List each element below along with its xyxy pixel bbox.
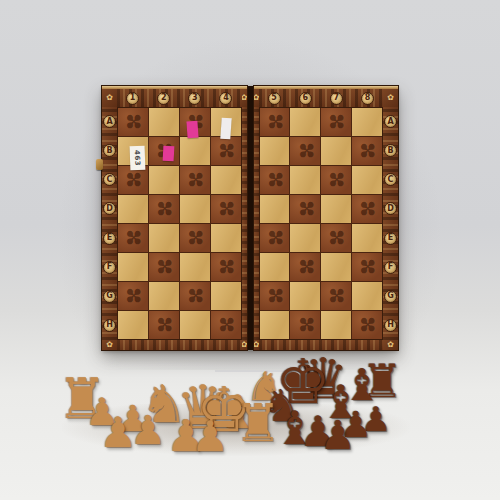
- carved-rosette-icon: ✤: [353, 195, 382, 223]
- file-label-4: 4: [219, 92, 232, 105]
- file-label-5: 5: [268, 92, 281, 105]
- square-D6: ✤: [290, 195, 320, 223]
- square-E8: [352, 224, 382, 252]
- square-D1: [118, 195, 148, 223]
- corner-rosette: ✿: [102, 89, 117, 107]
- rank-label-C: C: [103, 173, 116, 186]
- carved-rosette-icon: ✤: [119, 224, 148, 252]
- square-B3: [180, 137, 210, 165]
- rank-label-B: B: [103, 144, 116, 157]
- carved-rosette-icon: ✤: [353, 253, 382, 281]
- carved-rosette-icon: ✤: [260, 224, 289, 252]
- top-coordinate-strip-left: 1234: [117, 89, 242, 107]
- price-sticker-2: [163, 146, 175, 162]
- square-C6: [290, 166, 320, 194]
- square-B4: ✤: [211, 137, 241, 165]
- file-label-7: 7: [330, 92, 343, 105]
- square-C3: ✤: [180, 166, 210, 194]
- square-G1: ✤: [118, 282, 148, 310]
- square-F5: [260, 253, 290, 281]
- rank-label-H: H: [103, 319, 116, 332]
- square-C5: ✤: [260, 166, 290, 194]
- carved-rosette-icon: ✤: [322, 166, 351, 194]
- carved-rosette-icon: ✤: [260, 108, 289, 136]
- square-C1: ✤: [118, 166, 148, 194]
- square-H2: ✤: [149, 311, 179, 339]
- square-G4: [211, 282, 241, 310]
- carved-rosette-icon: ✤: [211, 253, 240, 281]
- carved-rosette-icon: ✤: [291, 195, 320, 223]
- square-E3: ✤: [180, 224, 210, 252]
- carved-rosette-icon: ✤: [353, 137, 382, 165]
- board-grid-left: ✤✤✤✤✤✤✤✤✤✤✤✤✤✤✤✤: [117, 107, 242, 340]
- brass-clasp: [96, 159, 103, 170]
- square-C4: [211, 166, 241, 194]
- lot-number-text: 463: [133, 150, 142, 166]
- square-D8: ✤: [352, 195, 382, 223]
- right-coordinate-strip: ABCDEFGH: [383, 107, 398, 340]
- rank-label-G: G: [384, 290, 397, 303]
- square-B5: [260, 137, 290, 165]
- carved-rosette-icon: ✤: [322, 282, 351, 310]
- square-F1: [118, 253, 148, 281]
- carved-rosette-icon: ✤: [291, 311, 320, 339]
- carved-rosette-icon: ✤: [260, 166, 289, 194]
- carved-rosette-icon: ✤: [180, 166, 209, 194]
- right-half-frame: ✿ 5678 ✿ ✤✤✤✤✤✤✤✤✤✤✤✤✤✤✤✤ ABCDEFGH ✿ ✿: [254, 89, 399, 350]
- carved-rosette-icon: ✤: [119, 166, 148, 194]
- carved-rosette-icon: ✤: [353, 311, 382, 339]
- carved-rosette-icon: ✤: [322, 108, 351, 136]
- carved-rosette-icon: ✤: [211, 195, 240, 223]
- square-G2: [149, 282, 179, 310]
- square-F4: ✤: [211, 253, 241, 281]
- square-E7: ✤: [321, 224, 351, 252]
- square-A2: [149, 108, 179, 136]
- price-sticker-1: [186, 121, 198, 139]
- square-A5: ✤: [260, 108, 290, 136]
- file-label-3: 3: [188, 92, 201, 105]
- carved-rosette-icon: ✤: [180, 282, 209, 310]
- rank-label-C: C: [384, 173, 397, 186]
- square-H8: ✤: [352, 311, 382, 339]
- rank-label-G: G: [103, 290, 116, 303]
- carved-rosette-icon: ✤: [149, 253, 178, 281]
- rank-label-H: H: [384, 319, 397, 332]
- rank-label-D: D: [384, 202, 397, 215]
- square-H3: [180, 311, 210, 339]
- carved-rosette-icon: ✤: [149, 195, 178, 223]
- folded-chess-board: ✿ 1234 ✿ ABCDEFGH ✤✤✤✤✤✤✤✤✤✤✤✤✤✤✤✤ ✿ ✿ ✿…: [102, 86, 398, 350]
- dark-pawn: ♟: [320, 415, 356, 455]
- carved-rosette-icon: ✤: [119, 108, 148, 136]
- square-F2: ✤: [149, 253, 179, 281]
- square-H4: ✤: [211, 311, 241, 339]
- square-F6: ✤: [290, 253, 320, 281]
- rank-label-E: E: [103, 232, 116, 245]
- square-D3: [180, 195, 210, 223]
- file-label-1: 1: [126, 92, 139, 105]
- square-A1: ✤: [118, 108, 148, 136]
- file-label-8: 8: [361, 92, 374, 105]
- left-coordinate-strip: ABCDEFGH: [102, 107, 117, 340]
- square-C2: [149, 166, 179, 194]
- board-grid-right: ✤✤✤✤✤✤✤✤✤✤✤✤✤✤✤✤: [259, 107, 384, 340]
- square-G5: ✤: [260, 282, 290, 310]
- corner-rosette: ✿: [383, 340, 398, 350]
- top-coordinate-strip-right: 5678: [259, 89, 384, 107]
- file-label-6: 6: [299, 92, 312, 105]
- bottom-border: [117, 340, 242, 350]
- square-G3: ✤: [180, 282, 210, 310]
- square-H5: [260, 311, 290, 339]
- square-H7: [321, 311, 351, 339]
- rank-label-B: B: [384, 144, 397, 157]
- corner-rosette: ✿: [383, 89, 398, 107]
- square-E5: ✤: [260, 224, 290, 252]
- square-H6: ✤: [290, 311, 320, 339]
- square-E4: [211, 224, 241, 252]
- rank-label-D: D: [103, 202, 116, 215]
- square-C8: [352, 166, 382, 194]
- square-A7: ✤: [321, 108, 351, 136]
- lot-number-sticker: 463: [130, 146, 146, 171]
- rank-label-F: F: [103, 261, 116, 274]
- square-G7: ✤: [321, 282, 351, 310]
- light-pawn: ♟: [191, 416, 229, 458]
- square-D4: ✤: [211, 195, 241, 223]
- square-F3: [180, 253, 210, 281]
- corner-rosette: ✿: [242, 89, 247, 107]
- square-B6: ✤: [290, 137, 320, 165]
- square-C7: ✤: [321, 166, 351, 194]
- corner-rosette: ✿: [102, 340, 117, 350]
- rank-label-A: A: [103, 115, 116, 128]
- square-B7: [321, 137, 351, 165]
- board-right-half: ✿ 5678 ✿ ✤✤✤✤✤✤✤✤✤✤✤✤✤✤✤✤ ABCDEFGH ✿ ✿: [254, 86, 399, 350]
- inner-border: [242, 107, 247, 340]
- square-G8: [352, 282, 382, 310]
- square-H1: [118, 311, 148, 339]
- square-E2: [149, 224, 179, 252]
- rank-label-A: A: [384, 115, 397, 128]
- square-F7: [321, 253, 351, 281]
- square-D2: ✤: [149, 195, 179, 223]
- square-A6: [290, 108, 320, 136]
- square-F8: ✤: [352, 253, 382, 281]
- carved-rosette-icon: ✤: [180, 224, 209, 252]
- carved-rosette-icon: ✤: [260, 282, 289, 310]
- light-pawn: ♟: [99, 412, 137, 454]
- carved-rosette-icon: ✤: [211, 311, 240, 339]
- square-D7: [321, 195, 351, 223]
- square-G6: [290, 282, 320, 310]
- square-E1: ✤: [118, 224, 148, 252]
- file-label-2: 2: [157, 92, 170, 105]
- carved-rosette-icon: ✤: [291, 253, 320, 281]
- carved-rosette-icon: ✤: [291, 137, 320, 165]
- carved-rosette-icon: ✤: [119, 282, 148, 310]
- price-sticker-4: [220, 118, 231, 140]
- square-B8: ✤: [352, 137, 382, 165]
- square-E6: [290, 224, 320, 252]
- photo-scene: ✿ 1234 ✿ ABCDEFGH ✤✤✤✤✤✤✤✤✤✤✤✤✤✤✤✤ ✿ ✿ ✿…: [0, 0, 500, 500]
- carved-rosette-icon: ✤: [322, 224, 351, 252]
- rank-label-E: E: [384, 232, 397, 245]
- corner-rosette: ✿: [242, 340, 247, 350]
- rank-label-F: F: [384, 261, 397, 274]
- carved-rosette-icon: ✤: [149, 311, 178, 339]
- carved-rosette-icon: ✤: [211, 137, 240, 165]
- square-A8: [352, 108, 382, 136]
- square-D5: [260, 195, 290, 223]
